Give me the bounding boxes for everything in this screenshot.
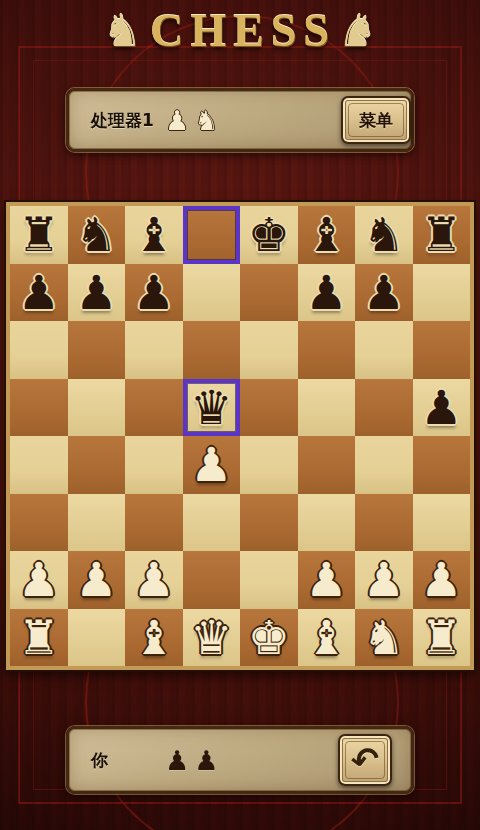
board-grid: ♜♞♝♚♝♞♜♟♟♟♟♟♛♟♟♟♟♟♟♟♟♜♝♛♚♝♞♜ <box>10 206 470 666</box>
square-a7[interactable]: ♟ <box>10 264 68 322</box>
square-c2[interactable]: ♟ <box>125 551 183 609</box>
square-e8[interactable]: ♚ <box>240 206 298 264</box>
square-a4[interactable] <box>10 436 68 494</box>
square-c6[interactable] <box>125 321 183 379</box>
piece-black-queen: ♛ <box>190 384 232 431</box>
square-a6[interactable] <box>10 321 68 379</box>
piece-white-rook: ♜ <box>18 614 60 661</box>
piece-white-queen: ♛ <box>190 614 232 661</box>
piece-black-rook: ♜ <box>18 211 60 258</box>
piece-white-pawn: ♟ <box>363 556 405 603</box>
square-b5[interactable] <box>68 379 126 437</box>
square-f6[interactable] <box>298 321 356 379</box>
square-d4[interactable]: ♟ <box>183 436 241 494</box>
knight-icon: ♞ <box>103 9 142 53</box>
piece-white-king: ♚ <box>248 614 290 661</box>
square-c1[interactable]: ♝ <box>125 609 183 667</box>
square-e7[interactable] <box>240 264 298 322</box>
piece-white-pawn: ♟ <box>18 556 60 603</box>
square-a8[interactable]: ♜ <box>10 206 68 264</box>
square-e1[interactable]: ♚ <box>240 609 298 667</box>
square-h5[interactable]: ♟ <box>413 379 471 437</box>
square-g4[interactable] <box>355 436 413 494</box>
piece-white-pawn: ♟ <box>420 556 462 603</box>
piece-white-pawn: ♟ <box>75 556 117 603</box>
piece-white-knight: ♞ <box>363 614 405 661</box>
piece-black-pawn: ♟ <box>363 269 405 316</box>
square-e3[interactable] <box>240 494 298 552</box>
square-e5[interactable] <box>240 379 298 437</box>
square-b6[interactable] <box>68 321 126 379</box>
square-f3[interactable] <box>298 494 356 552</box>
piece-white-pawn: ♟ <box>165 107 189 134</box>
piece-black-pawn: ♟ <box>165 747 189 774</box>
opponent-name: 处理器1 <box>91 109 159 132</box>
piece-black-pawn: ♟ <box>133 269 175 316</box>
piece-black-bishop: ♝ <box>133 211 175 258</box>
square-f7[interactable]: ♟ <box>298 264 356 322</box>
piece-black-rook: ♜ <box>420 211 462 258</box>
square-c8[interactable]: ♝ <box>125 206 183 264</box>
player-panel: 你 ♟♟ ↶ <box>66 726 414 794</box>
square-d7[interactable] <box>183 264 241 322</box>
player-name: 你 <box>91 749 159 772</box>
square-c4[interactable] <box>125 436 183 494</box>
square-d2[interactable] <box>183 551 241 609</box>
piece-white-pawn: ♟ <box>305 556 347 603</box>
square-h3[interactable] <box>413 494 471 552</box>
square-f4[interactable] <box>298 436 356 494</box>
piece-black-knight: ♞ <box>75 211 117 258</box>
square-c5[interactable] <box>125 379 183 437</box>
menu-button[interactable]: 菜单 <box>341 96 411 144</box>
menu-button-label: 菜单 <box>359 109 393 132</box>
piece-white-pawn: ♟ <box>190 441 232 488</box>
piece-white-pawn: ♟ <box>133 556 175 603</box>
square-b2[interactable]: ♟ <box>68 551 126 609</box>
piece-black-bishop: ♝ <box>305 211 347 258</box>
square-e4[interactable] <box>240 436 298 494</box>
square-d5[interactable]: ♛ <box>183 379 241 437</box>
square-d3[interactable] <box>183 494 241 552</box>
square-g6[interactable] <box>355 321 413 379</box>
square-h2[interactable]: ♟ <box>413 551 471 609</box>
square-d6[interactable] <box>183 321 241 379</box>
square-h7[interactable] <box>413 264 471 322</box>
piece-white-knight: ♞ <box>194 107 218 134</box>
square-e2[interactable] <box>240 551 298 609</box>
square-g8[interactable]: ♞ <box>355 206 413 264</box>
knight-icon: ♞ <box>338 9 377 53</box>
square-a3[interactable] <box>10 494 68 552</box>
piece-black-pawn: ♟ <box>305 269 347 316</box>
square-f1[interactable]: ♝ <box>298 609 356 667</box>
square-h8[interactable]: ♜ <box>413 206 471 264</box>
square-c7[interactable]: ♟ <box>125 264 183 322</box>
piece-black-knight: ♞ <box>363 211 405 258</box>
opponent-panel: 处理器1 ♟♞ 菜单 <box>66 88 414 152</box>
square-h6[interactable] <box>413 321 471 379</box>
square-d1[interactable]: ♛ <box>183 609 241 667</box>
square-e6[interactable] <box>240 321 298 379</box>
square-b8[interactable]: ♞ <box>68 206 126 264</box>
square-g1[interactable]: ♞ <box>355 609 413 667</box>
piece-black-pawn: ♟ <box>18 269 60 316</box>
undo-button[interactable]: ↶ <box>338 734 392 786</box>
chess-board: ♜♞♝♚♝♞♜♟♟♟♟♟♛♟♟♟♟♟♟♟♟♜♝♛♚♝♞♜ <box>6 202 474 670</box>
app-title: CHESS <box>144 8 336 54</box>
piece-black-pawn: ♟ <box>420 384 462 431</box>
square-c3[interactable] <box>125 494 183 552</box>
square-a1[interactable]: ♜ <box>10 609 68 667</box>
square-f5[interactable] <box>298 379 356 437</box>
square-b4[interactable] <box>68 436 126 494</box>
square-b3[interactable] <box>68 494 126 552</box>
square-h1[interactable]: ♜ <box>413 609 471 667</box>
piece-white-rook: ♜ <box>420 614 462 661</box>
undo-arrow-icon: ↶ <box>349 741 382 779</box>
square-d8[interactable] <box>183 206 241 264</box>
square-a5[interactable] <box>10 379 68 437</box>
square-g5[interactable] <box>355 379 413 437</box>
square-b1[interactable] <box>68 609 126 667</box>
square-h4[interactable] <box>413 436 471 494</box>
square-g2[interactable]: ♟ <box>355 551 413 609</box>
piece-white-bishop: ♝ <box>305 614 347 661</box>
square-f2[interactable]: ♟ <box>298 551 356 609</box>
square-g3[interactable] <box>355 494 413 552</box>
square-b7[interactable]: ♟ <box>68 264 126 322</box>
square-f8[interactable]: ♝ <box>298 206 356 264</box>
title-bar: ♞ CHESS ♞ <box>0 0 480 62</box>
piece-white-bishop: ♝ <box>133 614 175 661</box>
piece-black-pawn: ♟ <box>194 747 218 774</box>
player-captured-tray: ♟♟ <box>165 747 218 774</box>
opponent-captured-tray: ♟♞ <box>165 107 218 134</box>
square-a2[interactable]: ♟ <box>10 551 68 609</box>
piece-black-king: ♚ <box>248 211 290 258</box>
piece-black-pawn: ♟ <box>75 269 117 316</box>
square-g7[interactable]: ♟ <box>355 264 413 322</box>
